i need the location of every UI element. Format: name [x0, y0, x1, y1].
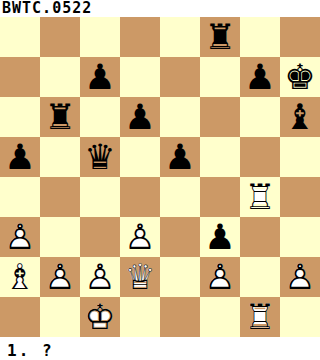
- white-rook-icon: ♜♖: [244, 177, 275, 217]
- square-b4: [40, 177, 80, 217]
- square-a8: [0, 17, 40, 57]
- square-b2: ♟♙: [40, 257, 80, 297]
- white-piece-outline: ♙: [284, 257, 315, 297]
- square-f2: ♟♙: [200, 257, 240, 297]
- white-piece-outline: ♗: [4, 257, 35, 297]
- square-h5: [280, 137, 320, 177]
- white-piece-outline: ♖: [244, 177, 275, 217]
- white-piece-outline: ♕: [124, 257, 155, 297]
- square-a2: ♝♗: [0, 257, 40, 297]
- square-d3: ♟♙: [120, 217, 160, 257]
- square-a6: [0, 97, 40, 137]
- square-b1: [40, 297, 80, 337]
- square-d1: [120, 297, 160, 337]
- black-rook-icon: ♜: [204, 17, 235, 57]
- square-a4: [0, 177, 40, 217]
- square-e2: [160, 257, 200, 297]
- square-e4: [160, 177, 200, 217]
- white-piece-outline: ♙: [204, 257, 235, 297]
- square-c8: [80, 17, 120, 57]
- puzzle-id: BWTC.0522: [0, 0, 320, 17]
- square-h7: ♚: [280, 57, 320, 97]
- square-f4: [200, 177, 240, 217]
- black-king-icon: ♚: [284, 57, 315, 97]
- square-c1: ♚♔: [80, 297, 120, 337]
- white-pawn-icon: ♟♙: [124, 217, 155, 257]
- square-b3: [40, 217, 80, 257]
- square-e8: [160, 17, 200, 57]
- black-pawn-icon: ♟: [164, 137, 195, 177]
- square-d5: [120, 137, 160, 177]
- square-c3: [80, 217, 120, 257]
- square-e1: [160, 297, 200, 337]
- black-pawn-icon: ♟: [204, 217, 235, 257]
- square-a1: [0, 297, 40, 337]
- square-c7: ♟: [80, 57, 120, 97]
- white-queen-icon: ♛♕: [124, 257, 155, 297]
- black-pawn-icon: ♟: [84, 57, 115, 97]
- square-b7: [40, 57, 80, 97]
- square-h4: [280, 177, 320, 217]
- square-b6: ♜: [40, 97, 80, 137]
- square-c5: ♛: [80, 137, 120, 177]
- move-prompt: 1. ?: [0, 337, 320, 360]
- square-g3: [240, 217, 280, 257]
- square-g1: ♜♖: [240, 297, 280, 337]
- white-piece-outline: ♙: [124, 217, 155, 257]
- square-h2: ♟♙: [280, 257, 320, 297]
- square-e3: [160, 217, 200, 257]
- square-e5: ♟: [160, 137, 200, 177]
- square-c6: [80, 97, 120, 137]
- black-bishop-icon: ♝: [284, 97, 315, 137]
- white-rook-icon: ♜♖: [244, 297, 275, 337]
- square-g2: [240, 257, 280, 297]
- white-piece-outline: ♙: [44, 257, 75, 297]
- square-d8: [120, 17, 160, 57]
- square-g6: [240, 97, 280, 137]
- white-king-icon: ♚♔: [84, 297, 115, 337]
- chess-diagram: BWTC.0522 ♜♟♟♚♜♟♝♟♛♟♜♖♟♙♟♙♟♝♗♟♙♟♙♛♕♟♙♟♙♚…: [0, 0, 320, 360]
- white-pawn-icon: ♟♙: [44, 257, 75, 297]
- black-pawn-icon: ♟: [4, 137, 35, 177]
- white-piece-outline: ♖: [244, 297, 275, 337]
- square-a7: [0, 57, 40, 97]
- square-h8: [280, 17, 320, 57]
- square-a3: ♟♙: [0, 217, 40, 257]
- white-piece-outline: ♙: [84, 257, 115, 297]
- square-f3: ♟: [200, 217, 240, 257]
- square-b8: [40, 17, 80, 57]
- square-f7: [200, 57, 240, 97]
- square-h6: ♝: [280, 97, 320, 137]
- square-h1: [280, 297, 320, 337]
- white-piece-outline: ♙: [4, 217, 35, 257]
- square-b5: [40, 137, 80, 177]
- chess-board: ♜♟♟♚♜♟♝♟♛♟♜♖♟♙♟♙♟♝♗♟♙♟♙♛♕♟♙♟♙♚♔♜♖: [0, 17, 320, 337]
- white-piece-outline: ♔: [84, 297, 115, 337]
- black-rook-icon: ♜: [44, 97, 75, 137]
- square-c2: ♟♙: [80, 257, 120, 297]
- black-pawn-icon: ♟: [244, 57, 275, 97]
- square-g5: [240, 137, 280, 177]
- square-f6: [200, 97, 240, 137]
- white-pawn-icon: ♟♙: [4, 217, 35, 257]
- square-d4: [120, 177, 160, 217]
- square-g4: ♜♖: [240, 177, 280, 217]
- square-d6: ♟: [120, 97, 160, 137]
- black-queen-icon: ♛: [84, 137, 115, 177]
- square-d2: ♛♕: [120, 257, 160, 297]
- square-d7: [120, 57, 160, 97]
- square-f8: ♜: [200, 17, 240, 57]
- square-h3: [280, 217, 320, 257]
- white-pawn-icon: ♟♙: [84, 257, 115, 297]
- square-g8: [240, 17, 280, 57]
- square-e7: [160, 57, 200, 97]
- square-g7: ♟: [240, 57, 280, 97]
- white-pawn-icon: ♟♙: [284, 257, 315, 297]
- square-c4: [80, 177, 120, 217]
- square-a5: ♟: [0, 137, 40, 177]
- square-e6: [160, 97, 200, 137]
- black-pawn-icon: ♟: [124, 97, 155, 137]
- square-f5: [200, 137, 240, 177]
- white-pawn-icon: ♟♙: [204, 257, 235, 297]
- white-bishop-icon: ♝♗: [4, 257, 35, 297]
- square-f1: [200, 297, 240, 337]
